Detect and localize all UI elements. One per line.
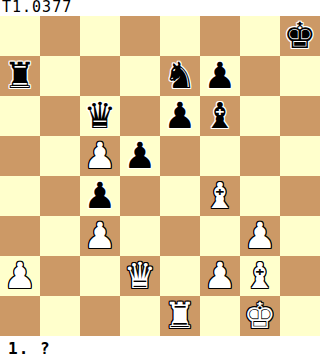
white-pawn-piece[interactable]: ♟: [244, 216, 276, 256]
black-rook-piece[interactable]: ♜: [4, 56, 36, 96]
square-c1[interactable]: [80, 296, 120, 336]
square-d1[interactable]: [120, 296, 160, 336]
black-pawn-piece[interactable]: ♟: [84, 176, 116, 216]
white-pawn-piece[interactable]: ♟: [84, 216, 116, 256]
white-king-piece[interactable]: ♚: [244, 296, 276, 336]
square-f7[interactable]: ♟: [200, 56, 240, 96]
square-h4[interactable]: [280, 176, 320, 216]
square-e1[interactable]: ♜: [160, 296, 200, 336]
square-b8[interactable]: [40, 16, 80, 56]
square-h8[interactable]: ♚: [280, 16, 320, 56]
square-g7[interactable]: [240, 56, 280, 96]
square-h7[interactable]: [280, 56, 320, 96]
square-g1[interactable]: ♚: [240, 296, 280, 336]
square-f8[interactable]: [200, 16, 240, 56]
square-c4[interactable]: ♟: [80, 176, 120, 216]
white-pawn-piece[interactable]: ♟: [204, 256, 236, 296]
square-d7[interactable]: [120, 56, 160, 96]
square-d8[interactable]: [120, 16, 160, 56]
square-c5[interactable]: ♟: [80, 136, 120, 176]
black-king-piece[interactable]: ♚: [284, 16, 316, 56]
square-e6[interactable]: ♟: [160, 96, 200, 136]
square-g3[interactable]: ♟: [240, 216, 280, 256]
square-h3[interactable]: [280, 216, 320, 256]
square-f1[interactable]: [200, 296, 240, 336]
square-c3[interactable]: ♟: [80, 216, 120, 256]
white-pawn-piece[interactable]: ♟: [4, 256, 36, 296]
square-h5[interactable]: [280, 136, 320, 176]
square-a7[interactable]: ♜: [0, 56, 40, 96]
square-f4[interactable]: ♝: [200, 176, 240, 216]
square-d5[interactable]: ♟: [120, 136, 160, 176]
white-bishop-piece[interactable]: ♝: [204, 176, 236, 216]
square-c6[interactable]: ♛: [80, 96, 120, 136]
square-g5[interactable]: [240, 136, 280, 176]
chess-puzzle-window: T1.0377 ♚♜♞♟♛♟♝♟♟♟♝♟♟♟♛♟♝♜♚ 1. ?: [0, 0, 320, 360]
square-g2[interactable]: ♝: [240, 256, 280, 296]
white-bishop-piece[interactable]: ♝: [244, 256, 276, 296]
square-b3[interactable]: [40, 216, 80, 256]
square-e3[interactable]: [160, 216, 200, 256]
square-b4[interactable]: [40, 176, 80, 216]
black-bishop-piece[interactable]: ♝: [204, 96, 236, 136]
square-c7[interactable]: [80, 56, 120, 96]
square-a4[interactable]: [0, 176, 40, 216]
square-a6[interactable]: [0, 96, 40, 136]
white-rook-piece[interactable]: ♜: [164, 296, 196, 336]
square-f6[interactable]: ♝: [200, 96, 240, 136]
white-pawn-piece[interactable]: ♟: [84, 136, 116, 176]
square-f5[interactable]: [200, 136, 240, 176]
square-c8[interactable]: [80, 16, 120, 56]
square-b6[interactable]: [40, 96, 80, 136]
square-e7[interactable]: ♞: [160, 56, 200, 96]
square-e2[interactable]: [160, 256, 200, 296]
square-b1[interactable]: [40, 296, 80, 336]
square-b5[interactable]: [40, 136, 80, 176]
square-c2[interactable]: [80, 256, 120, 296]
square-a8[interactable]: [0, 16, 40, 56]
white-queen-piece[interactable]: ♛: [124, 256, 156, 296]
black-pawn-piece[interactable]: ♟: [164, 96, 196, 136]
square-g6[interactable]: [240, 96, 280, 136]
square-h1[interactable]: [280, 296, 320, 336]
chess-board: ♚♜♞♟♛♟♝♟♟♟♝♟♟♟♛♟♝♜♚: [0, 16, 320, 336]
square-d6[interactable]: [120, 96, 160, 136]
black-pawn-piece[interactable]: ♟: [204, 56, 236, 96]
square-e4[interactable]: [160, 176, 200, 216]
square-b2[interactable]: [40, 256, 80, 296]
square-e8[interactable]: [160, 16, 200, 56]
black-knight-piece[interactable]: ♞: [164, 56, 196, 96]
square-d4[interactable]: [120, 176, 160, 216]
square-a3[interactable]: [0, 216, 40, 256]
square-f3[interactable]: [200, 216, 240, 256]
move-prompt: 1. ?: [0, 336, 320, 360]
square-b7[interactable]: [40, 56, 80, 96]
square-g4[interactable]: [240, 176, 280, 216]
square-a1[interactable]: [0, 296, 40, 336]
black-queen-piece[interactable]: ♛: [84, 96, 116, 136]
square-g8[interactable]: [240, 16, 280, 56]
square-a2[interactable]: ♟: [0, 256, 40, 296]
square-f2[interactable]: ♟: [200, 256, 240, 296]
square-a5[interactable]: [0, 136, 40, 176]
black-pawn-piece[interactable]: ♟: [124, 136, 156, 176]
puzzle-id: T1.0377: [0, 0, 320, 16]
square-d3[interactable]: [120, 216, 160, 256]
square-d2[interactable]: ♛: [120, 256, 160, 296]
square-e5[interactable]: [160, 136, 200, 176]
square-h2[interactable]: [280, 256, 320, 296]
square-h6[interactable]: [280, 96, 320, 136]
